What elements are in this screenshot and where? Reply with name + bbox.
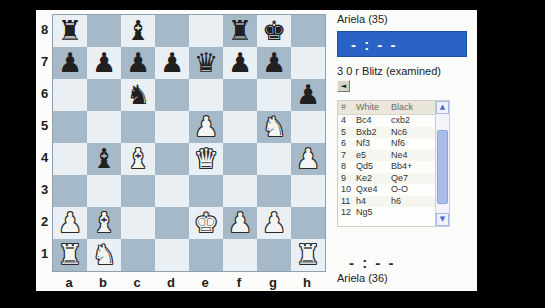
black-king-g8[interactable]: ♚ (257, 15, 291, 47)
square-b3[interactable] (87, 175, 121, 207)
square-f8[interactable]: ♜ (223, 15, 257, 47)
move-8-num[interactable]: 8 (338, 161, 353, 173)
rank-label-2: 2 (38, 206, 51, 238)
move-list-rows: 4Bc4cxb25Bxb2Nc66Nf3Nf67e5Ne48Qd5Bb4+9Ke… (338, 115, 435, 219)
square-d3[interactable] (155, 175, 189, 207)
square-h8[interactable] (291, 15, 325, 47)
black-bishop-c8[interactable]: ♝ (121, 15, 155, 47)
square-e1[interactable] (189, 239, 223, 271)
move-9-white[interactable]: Ke2 (353, 173, 388, 185)
move-row-6[interactable]: 6Nf3Nf6 (338, 138, 435, 150)
black-pawn-b7[interactable]: ♟ (87, 47, 121, 79)
square-b7[interactable]: ♟ (87, 47, 121, 79)
square-e2[interactable]: ♚ (189, 207, 223, 239)
move-9-num[interactable]: 9 (338, 173, 353, 185)
square-d2[interactable] (155, 207, 189, 239)
move-row-11[interactable]: 11h4h6 (338, 196, 435, 208)
move-list-header: # White Black (338, 101, 435, 115)
square-d8[interactable] (155, 15, 189, 47)
square-a7[interactable]: ♟ (53, 47, 87, 79)
move-10-white[interactable]: Qxe4 (353, 184, 388, 196)
black-column-header: Black (388, 101, 435, 114)
file-label-b: b (86, 275, 120, 290)
square-g1[interactable] (257, 239, 291, 271)
scrollbar-thumb[interactable] (437, 130, 448, 204)
move-5-white[interactable]: Bxb2 (353, 127, 388, 139)
square-d4[interactable] (155, 143, 189, 175)
square-e3[interactable] (189, 175, 223, 207)
black-pawn-d7[interactable]: ♟ (155, 47, 189, 79)
square-f1[interactable] (223, 239, 257, 271)
square-e7[interactable]: ♛ (189, 47, 223, 79)
square-d1[interactable] (155, 239, 189, 271)
square-c8[interactable]: ♝ (121, 15, 155, 47)
move-5-num[interactable]: 5 (338, 127, 353, 139)
square-h3[interactable] (291, 175, 325, 207)
square-c5[interactable] (121, 111, 155, 143)
move-5-black[interactable]: Nc6 (388, 127, 435, 139)
top-player-name: Ariela (35) (337, 13, 388, 25)
move-11-white[interactable]: h4 (353, 196, 388, 208)
square-f7[interactable]: ♟ (223, 47, 257, 79)
move-8-white[interactable]: Qd5 (353, 161, 388, 173)
move-row-4[interactable]: 4Bc4cxb2 (338, 115, 435, 127)
move-number-header: # (338, 101, 353, 114)
square-h1[interactable]: ♜ (291, 239, 325, 271)
move-4-num[interactable]: 4 (338, 115, 353, 127)
square-f4[interactable] (223, 143, 257, 175)
square-a6[interactable] (53, 79, 87, 111)
square-g7[interactable]: ♟ (257, 47, 291, 79)
square-b4[interactable]: ♝ (87, 143, 121, 175)
move-row-7[interactable]: 7e5Ne4 (338, 150, 435, 162)
square-c1[interactable] (121, 239, 155, 271)
white-column-header: White (353, 101, 388, 114)
app-window: 87654321 ♜♝♜♚♟♟♟♟♛♟♟♞♟♟♞♝♝♛♟♟♝♚♟♟♜♞♜ abc… (36, 10, 477, 291)
square-b2[interactable]: ♝ (87, 207, 121, 239)
black-pawn-f7[interactable]: ♟ (223, 47, 257, 79)
move-row-5[interactable]: 5Bxb2Nc6 (338, 127, 435, 139)
black-queen-e7[interactable]: ♛ (189, 47, 223, 79)
move-back-button[interactable]: ◄ (337, 80, 350, 92)
white-knight-g5[interactable]: ♞ (257, 111, 291, 143)
square-b6[interactable] (87, 79, 121, 111)
move-7-white[interactable]: e5 (353, 150, 388, 162)
square-a2[interactable]: ♟ (53, 207, 87, 239)
move-12-white[interactable]: Ng5 (353, 207, 388, 219)
file-label-g: g (256, 275, 290, 290)
move-7-num[interactable]: 7 (338, 150, 353, 162)
square-f5[interactable] (223, 111, 257, 143)
square-a4[interactable] (53, 143, 87, 175)
white-pawn-g2[interactable]: ♟ (257, 207, 291, 239)
rank-label-3: 3 (38, 174, 51, 206)
black-bishop-b4[interactable]: ♝ (87, 143, 121, 175)
square-g3[interactable] (257, 175, 291, 207)
white-queen-e4[interactable]: ♛ (189, 143, 223, 175)
white-rook-a1[interactable]: ♜ (53, 239, 87, 271)
move-12-black[interactable] (388, 207, 435, 219)
move-row-12[interactable]: 12Ng5 (338, 207, 435, 219)
square-f2[interactable]: ♟ (223, 207, 257, 239)
move-list-scrollbar[interactable]: ▲ ▼ (435, 100, 450, 227)
black-pawn-c7[interactable]: ♟ (121, 47, 155, 79)
move-10-black[interactable]: O-O (388, 184, 435, 196)
square-g8[interactable]: ♚ (257, 15, 291, 47)
white-pawn-h4[interactable]: ♟ (291, 143, 325, 175)
rank-label-1: 1 (38, 238, 51, 270)
top-player-clock: - : - - (337, 31, 467, 57)
move-6-white[interactable]: Nf3 (353, 138, 388, 150)
black-pawn-h6[interactable]: ♟ (291, 79, 325, 111)
white-bishop-c4[interactable]: ♝ (121, 143, 155, 175)
square-b8[interactable] (87, 15, 121, 47)
square-g5[interactable]: ♞ (257, 111, 291, 143)
black-rook-a8[interactable]: ♜ (53, 15, 87, 47)
chess-board: ♜♝♜♚♟♟♟♟♛♟♟♞♟♟♞♝♝♛♟♟♝♚♟♟♜♞♜ (52, 14, 326, 272)
file-label-e: e (188, 275, 222, 290)
square-a1[interactable]: ♜ (53, 239, 87, 271)
move-6-black[interactable]: Nf6 (388, 138, 435, 150)
rank-label-8: 8 (38, 14, 51, 46)
file-label-f: f (222, 275, 256, 290)
square-e5[interactable]: ♟ (189, 111, 223, 143)
square-d6[interactable] (155, 79, 189, 111)
move-row-10[interactable]: 10Qxe4O-O (338, 184, 435, 196)
square-c3[interactable] (121, 175, 155, 207)
square-a8[interactable]: ♜ (53, 15, 87, 47)
square-b1[interactable]: ♞ (87, 239, 121, 271)
square-e4[interactable]: ♛ (189, 143, 223, 175)
move-4-white[interactable]: Bc4 (353, 115, 388, 127)
square-h2[interactable] (291, 207, 325, 239)
bottom-player-clock: - : - - (349, 253, 469, 273)
file-label-d: d (154, 275, 188, 290)
square-c6[interactable]: ♞ (121, 79, 155, 111)
black-pawn-g7[interactable]: ♟ (257, 47, 291, 79)
square-f3[interactable] (223, 175, 257, 207)
bottom-player-name: Ariela (36) (337, 272, 388, 284)
white-king-e2[interactable]: ♚ (189, 207, 223, 239)
square-g6[interactable] (257, 79, 291, 111)
move-10-num[interactable]: 10 (338, 184, 353, 196)
move-6-num[interactable]: 6 (338, 138, 353, 150)
rank-label-4: 4 (38, 142, 51, 174)
move-9-black[interactable]: Qe7 (388, 173, 435, 185)
square-c4[interactable]: ♝ (121, 143, 155, 175)
black-pawn-a7[interactable]: ♟ (53, 47, 87, 79)
square-h4[interactable]: ♟ (291, 143, 325, 175)
white-bishop-b2[interactable]: ♝ (87, 207, 121, 239)
rank-label-5: 5 (38, 110, 51, 142)
file-label-h: h (290, 275, 324, 290)
square-a5[interactable] (53, 111, 87, 143)
square-h7[interactable] (291, 47, 325, 79)
move-4-black[interactable]: cxb2 (388, 115, 435, 127)
move-row-9[interactable]: 9Ke2Qe7 (338, 173, 435, 185)
square-a3[interactable] (53, 175, 87, 207)
white-rook-h1[interactable]: ♜ (291, 239, 325, 271)
rank-labels: 87654321 (38, 14, 51, 270)
square-d5[interactable] (155, 111, 189, 143)
move-12-num[interactable]: 12 (338, 207, 353, 219)
square-c2[interactable] (121, 207, 155, 239)
square-f6[interactable] (223, 79, 257, 111)
scroll-down-icon[interactable]: ▼ (436, 213, 449, 226)
rank-label-6: 6 (38, 78, 51, 110)
file-labels: abcdefgh (52, 273, 326, 291)
square-h6[interactable]: ♟ (291, 79, 325, 111)
square-h5[interactable] (291, 111, 325, 143)
white-pawn-e5[interactable]: ♟ (189, 111, 223, 143)
move-11-num[interactable]: 11 (338, 196, 353, 208)
square-g2[interactable]: ♟ (257, 207, 291, 239)
move-row-8[interactable]: 8Qd5Bb4+ (338, 161, 435, 173)
square-b5[interactable] (87, 111, 121, 143)
square-g4[interactable] (257, 143, 291, 175)
black-knight-c6[interactable]: ♞ (121, 79, 155, 111)
white-pawn-a2[interactable]: ♟ (53, 207, 87, 239)
move-11-black[interactable]: h6 (388, 196, 435, 208)
scroll-up-icon[interactable]: ▲ (436, 101, 449, 114)
move-7-black[interactable]: Ne4 (388, 150, 435, 162)
move-list: # White Black 4Bc4cxb25Bxb2Nc66Nf3Nf67e5… (337, 100, 435, 227)
square-e6[interactable] (189, 79, 223, 111)
white-knight-b1[interactable]: ♞ (87, 239, 121, 271)
black-rook-f8[interactable]: ♜ (223, 15, 257, 47)
square-d7[interactable]: ♟ (155, 47, 189, 79)
game-info-label: 3 0 r Blitz (examined) (337, 65, 441, 77)
rank-label-7: 7 (38, 46, 51, 78)
file-label-c: c (120, 275, 154, 290)
square-e8[interactable] (189, 15, 223, 47)
move-8-black[interactable]: Bb4+ (388, 161, 435, 173)
white-pawn-f2[interactable]: ♟ (223, 207, 257, 239)
square-c7[interactable]: ♟ (121, 47, 155, 79)
file-label-a: a (52, 275, 86, 290)
